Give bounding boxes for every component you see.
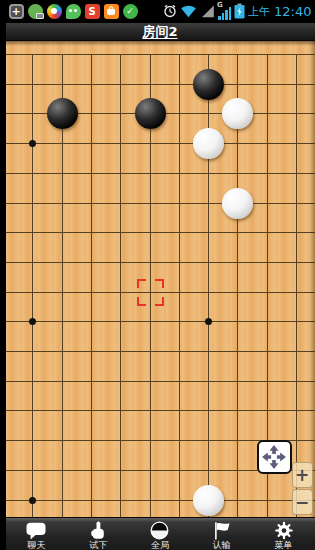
resign-button[interactable]: 认输	[191, 518, 253, 550]
half-stone-icon	[150, 521, 169, 540]
toolbar-label: 全局	[151, 541, 169, 550]
orange-bag-icon	[104, 4, 119, 19]
green-message-icon	[28, 4, 43, 19]
grid-line-horizontal	[6, 143, 315, 144]
star-point	[29, 497, 36, 504]
toolbar-label: 试下	[89, 541, 107, 550]
red-s-icon: S	[85, 4, 100, 19]
menu-button[interactable]: 菜单	[253, 518, 315, 550]
grid-line-horizontal	[6, 54, 315, 55]
bottom-toolbar: 聊天 试下 全局 认输	[6, 517, 315, 550]
white-stone	[222, 188, 253, 219]
move-target-marker	[137, 279, 164, 306]
signal-triangle-icon	[200, 4, 215, 18]
white-stone	[193, 485, 224, 516]
grid-line-vertical	[179, 54, 180, 550]
wechat-icon	[66, 4, 81, 19]
zoom-controls: + −	[292, 462, 313, 515]
pinwheel-browser-icon	[47, 4, 62, 19]
chat-bubble-icon	[24, 521, 48, 540]
clock-time: 12:40	[274, 4, 311, 19]
star-point	[205, 318, 212, 325]
green-badge-icon: ✓	[123, 4, 138, 19]
phone-screen: + S ✓ G	[6, 0, 315, 550]
grid-line-vertical	[91, 54, 92, 550]
black-stone	[135, 98, 166, 129]
pan-button[interactable]	[257, 440, 292, 474]
hand-point-icon	[88, 521, 108, 540]
star-point	[29, 318, 36, 325]
grid-line-horizontal	[6, 351, 315, 352]
white-stone	[222, 98, 253, 129]
room-title: 房间2	[142, 23, 177, 41]
white-stone	[193, 128, 224, 159]
alarm-clock-icon	[163, 4, 177, 18]
grid-line-horizontal	[6, 410, 315, 411]
battery-charging-icon	[234, 3, 245, 19]
whole-board-button[interactable]: 全局	[129, 518, 191, 550]
toolbar-label: 聊天	[27, 541, 45, 550]
plus-badge-icon: +	[9, 4, 24, 19]
grid-line-horizontal	[6, 232, 315, 233]
star-point	[29, 140, 36, 147]
mobile-signal-bars-icon: G	[218, 3, 231, 20]
zoom-in-button[interactable]: +	[292, 462, 313, 488]
gear-icon	[274, 521, 294, 540]
grid-line-horizontal	[6, 381, 315, 382]
zoom-out-button[interactable]: −	[292, 489, 313, 515]
grid-line-horizontal	[6, 173, 315, 174]
grid-line-horizontal	[6, 500, 315, 501]
black-stone	[47, 98, 78, 129]
flag-icon	[211, 521, 233, 540]
grid-line-vertical	[267, 54, 268, 550]
grid-line-horizontal	[6, 203, 315, 204]
notification-icons: + S ✓	[9, 4, 138, 19]
toolbar-label: 认输	[213, 541, 231, 550]
pan-arrows-icon	[260, 443, 288, 471]
grid-line-vertical	[120, 54, 121, 550]
system-status-icons: G 上午 12:40	[163, 3, 311, 20]
try-move-button[interactable]: 试下	[67, 518, 129, 550]
grid-line-horizontal	[6, 84, 315, 85]
toolbar-label: 菜单	[275, 541, 293, 550]
status-bar: + S ✓ G	[6, 0, 315, 22]
chat-button[interactable]: 聊天	[6, 518, 68, 550]
wifi-icon	[180, 4, 197, 18]
grid-line-vertical	[32, 54, 33, 550]
grid-line-horizontal	[6, 262, 315, 263]
grid-line-horizontal	[6, 321, 315, 322]
time-period-label: 上午	[248, 4, 270, 19]
title-bar: 房间2	[6, 22, 315, 41]
black-stone	[193, 69, 224, 100]
